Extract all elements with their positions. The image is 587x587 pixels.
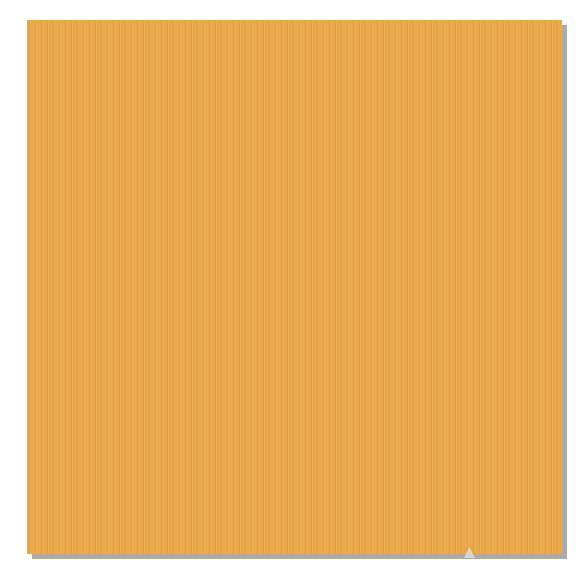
go-board xyxy=(27,20,562,554)
go-diagram: ▲ xyxy=(0,0,587,587)
